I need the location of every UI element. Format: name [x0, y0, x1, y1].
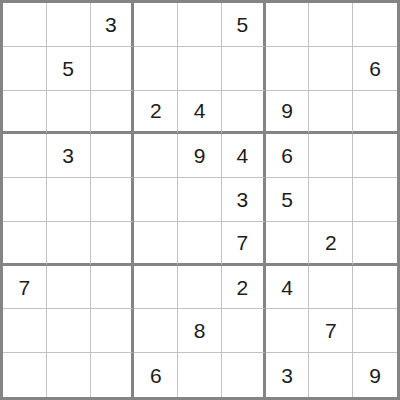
cell-r8c7[interactable] — [266, 309, 310, 353]
cell-r5c4[interactable] — [134, 178, 178, 222]
cell-r2c1[interactable] — [3, 47, 47, 91]
cell-r4c8[interactable] — [309, 134, 353, 178]
cell-r9c2[interactable] — [47, 353, 91, 397]
cell-r3c8[interactable] — [309, 91, 353, 135]
cell-r1c1[interactable] — [3, 3, 47, 47]
cell-r5c1[interactable] — [3, 178, 47, 222]
cell-r3c4[interactable]: 2 — [134, 91, 178, 135]
sudoku-board: 35562493946357272487639 — [0, 0, 400, 400]
cell-r2c9[interactable]: 6 — [353, 47, 397, 91]
cell-r9c8[interactable] — [309, 353, 353, 397]
cell-r6c4[interactable] — [134, 222, 178, 266]
cell-r1c2[interactable] — [47, 3, 91, 47]
cell-r4c7[interactable]: 6 — [266, 134, 310, 178]
cell-r9c5[interactable] — [178, 353, 222, 397]
cell-r2c3[interactable] — [91, 47, 135, 91]
cell-r6c2[interactable] — [47, 222, 91, 266]
cell-r9c1[interactable] — [3, 353, 47, 397]
cell-r8c5[interactable]: 8 — [178, 309, 222, 353]
cell-r5c9[interactable] — [353, 178, 397, 222]
cell-r5c6[interactable]: 3 — [222, 178, 266, 222]
cell-r4c6[interactable]: 4 — [222, 134, 266, 178]
cell-r6c9[interactable] — [353, 222, 397, 266]
cell-r3c5[interactable]: 4 — [178, 91, 222, 135]
cell-r6c5[interactable] — [178, 222, 222, 266]
cell-r8c6[interactable] — [222, 309, 266, 353]
cell-r7c3[interactable] — [91, 266, 135, 310]
cell-r7c5[interactable] — [178, 266, 222, 310]
cell-r2c2[interactable]: 5 — [47, 47, 91, 91]
cell-r4c9[interactable] — [353, 134, 397, 178]
cell-r8c4[interactable] — [134, 309, 178, 353]
cell-r2c4[interactable] — [134, 47, 178, 91]
cell-r8c1[interactable] — [3, 309, 47, 353]
cell-r7c8[interactable] — [309, 266, 353, 310]
cell-r6c8[interactable]: 2 — [309, 222, 353, 266]
cell-r7c9[interactable] — [353, 266, 397, 310]
cell-r3c7[interactable]: 9 — [266, 91, 310, 135]
cell-r9c9[interactable]: 9 — [353, 353, 397, 397]
cell-r7c1[interactable]: 7 — [3, 266, 47, 310]
cell-r4c2[interactable]: 3 — [47, 134, 91, 178]
cell-r1c6[interactable]: 5 — [222, 3, 266, 47]
cell-r4c4[interactable] — [134, 134, 178, 178]
cell-r7c6[interactable]: 2 — [222, 266, 266, 310]
cell-r6c1[interactable] — [3, 222, 47, 266]
cell-r3c1[interactable] — [3, 91, 47, 135]
cell-r4c1[interactable] — [3, 134, 47, 178]
cell-r7c4[interactable] — [134, 266, 178, 310]
cell-r7c7[interactable]: 4 — [266, 266, 310, 310]
cell-r3c2[interactable] — [47, 91, 91, 135]
cell-r9c7[interactable]: 3 — [266, 353, 310, 397]
cell-r1c4[interactable] — [134, 3, 178, 47]
cell-r5c3[interactable] — [91, 178, 135, 222]
cell-r1c8[interactable] — [309, 3, 353, 47]
cell-r5c8[interactable] — [309, 178, 353, 222]
cell-r2c7[interactable] — [266, 47, 310, 91]
cell-r1c7[interactable] — [266, 3, 310, 47]
cell-r1c3[interactable]: 3 — [91, 3, 135, 47]
cell-r6c3[interactable] — [91, 222, 135, 266]
cell-r8c9[interactable] — [353, 309, 397, 353]
cell-r4c3[interactable] — [91, 134, 135, 178]
cell-r5c7[interactable]: 5 — [266, 178, 310, 222]
cell-r3c6[interactable] — [222, 91, 266, 135]
cell-r2c8[interactable] — [309, 47, 353, 91]
cell-r6c6[interactable]: 7 — [222, 222, 266, 266]
cell-r3c3[interactable] — [91, 91, 135, 135]
cell-r7c2[interactable] — [47, 266, 91, 310]
cell-r9c6[interactable] — [222, 353, 266, 397]
cell-r4c5[interactable]: 9 — [178, 134, 222, 178]
cell-r8c2[interactable] — [47, 309, 91, 353]
cell-r1c5[interactable] — [178, 3, 222, 47]
cell-r8c8[interactable]: 7 — [309, 309, 353, 353]
cell-r1c9[interactable] — [353, 3, 397, 47]
cell-r3c9[interactable] — [353, 91, 397, 135]
cell-r9c3[interactable] — [91, 353, 135, 397]
cell-r8c3[interactable] — [91, 309, 135, 353]
cell-r5c5[interactable] — [178, 178, 222, 222]
cell-r2c5[interactable] — [178, 47, 222, 91]
cell-r5c2[interactable] — [47, 178, 91, 222]
cell-r6c7[interactable] — [266, 222, 310, 266]
cell-r2c6[interactable] — [222, 47, 266, 91]
cell-r9c4[interactable]: 6 — [134, 353, 178, 397]
